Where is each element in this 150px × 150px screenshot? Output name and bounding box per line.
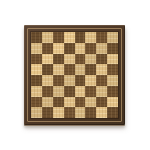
board-square bbox=[107, 75, 118, 86]
board-square bbox=[42, 97, 53, 108]
board-square bbox=[107, 107, 118, 118]
board-square bbox=[64, 75, 75, 86]
board-grid bbox=[31, 32, 118, 118]
board-square bbox=[42, 54, 53, 65]
board-square bbox=[96, 86, 107, 97]
board-square bbox=[107, 54, 118, 65]
board-square bbox=[42, 86, 53, 97]
board-square bbox=[107, 86, 118, 97]
board-square bbox=[53, 97, 64, 108]
board-square bbox=[75, 54, 86, 65]
board-square bbox=[96, 32, 107, 43]
board-square bbox=[75, 107, 86, 118]
board-square bbox=[31, 43, 42, 54]
board-square bbox=[107, 64, 118, 75]
board-square bbox=[96, 43, 107, 54]
board-square bbox=[75, 43, 86, 54]
board-square bbox=[85, 43, 96, 54]
board-square bbox=[64, 97, 75, 108]
board-square bbox=[85, 64, 96, 75]
board-square bbox=[96, 64, 107, 75]
board-square bbox=[64, 64, 75, 75]
board-square bbox=[85, 54, 96, 65]
chess-board bbox=[24, 25, 125, 125]
product-photo-background bbox=[0, 0, 150, 150]
board-square bbox=[64, 43, 75, 54]
board-square bbox=[96, 97, 107, 108]
board-square bbox=[85, 32, 96, 43]
board-square bbox=[85, 97, 96, 108]
board-square bbox=[107, 43, 118, 54]
board-square bbox=[85, 75, 96, 86]
board-square bbox=[75, 97, 86, 108]
board-square bbox=[53, 32, 64, 43]
board-square bbox=[75, 64, 86, 75]
board-square bbox=[64, 107, 75, 118]
board-square bbox=[31, 32, 42, 43]
board-square bbox=[96, 54, 107, 65]
board-square bbox=[85, 107, 96, 118]
board-square bbox=[31, 97, 42, 108]
board-square bbox=[42, 107, 53, 118]
board-square bbox=[31, 75, 42, 86]
board-square bbox=[42, 75, 53, 86]
board-square bbox=[64, 86, 75, 97]
board-square bbox=[107, 97, 118, 108]
board-square bbox=[96, 107, 107, 118]
board-square bbox=[64, 32, 75, 43]
board-square bbox=[31, 107, 42, 118]
board-square bbox=[42, 32, 53, 43]
board-square bbox=[53, 54, 64, 65]
board-square bbox=[64, 54, 75, 65]
board-square bbox=[31, 54, 42, 65]
board-square bbox=[53, 86, 64, 97]
board-square bbox=[107, 32, 118, 43]
board-square bbox=[75, 86, 86, 97]
board-square bbox=[31, 64, 42, 75]
board-square bbox=[53, 43, 64, 54]
board-square bbox=[96, 75, 107, 86]
board-square bbox=[42, 64, 53, 75]
board-square bbox=[75, 75, 86, 86]
board-square bbox=[75, 32, 86, 43]
board-square bbox=[53, 107, 64, 118]
board-square bbox=[42, 43, 53, 54]
board-square bbox=[31, 86, 42, 97]
board-square bbox=[53, 64, 64, 75]
board-square bbox=[85, 86, 96, 97]
board-square bbox=[53, 75, 64, 86]
